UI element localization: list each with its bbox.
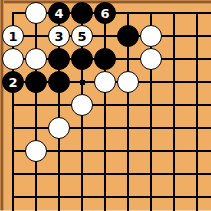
- board-point[interactable]: [140, 163, 163, 186]
- board-point[interactable]: [25, 2, 48, 25]
- board-point[interactable]: [163, 48, 186, 71]
- board-point[interactable]: [2, 94, 25, 117]
- board-point[interactable]: [94, 48, 117, 71]
- white-stone[interactable]: [71, 94, 93, 116]
- board-point[interactable]: [163, 25, 186, 48]
- board-point[interactable]: [140, 48, 163, 71]
- white-stone[interactable]: [25, 48, 47, 70]
- board-point[interactable]: [48, 186, 71, 209]
- board-point[interactable]: [186, 117, 209, 140]
- board-point[interactable]: [2, 2, 25, 25]
- board-point[interactable]: [71, 163, 94, 186]
- board-point[interactable]: [25, 117, 48, 140]
- board-point[interactable]: [94, 94, 117, 117]
- board-point[interactable]: [186, 48, 209, 71]
- board-point[interactable]: [186, 25, 209, 48]
- board-point[interactable]: [117, 48, 140, 71]
- white-stone[interactable]: [25, 140, 47, 162]
- board-point[interactable]: 6: [94, 2, 117, 25]
- board-point[interactable]: [140, 94, 163, 117]
- board-point[interactable]: 4: [48, 2, 71, 25]
- black-stone[interactable]: 4: [48, 2, 70, 24]
- board-point[interactable]: [163, 140, 186, 163]
- white-stone[interactable]: 1: [2, 25, 24, 47]
- board-point[interactable]: [25, 48, 48, 71]
- black-stone[interactable]: 2: [2, 71, 24, 93]
- white-stone[interactable]: [25, 2, 47, 24]
- board-point[interactable]: [140, 186, 163, 209]
- black-stone[interactable]: [117, 25, 139, 47]
- board-point[interactable]: [140, 25, 163, 48]
- board-point[interactable]: [140, 71, 163, 94]
- white-stone[interactable]: 5: [71, 25, 93, 47]
- board-point[interactable]: [25, 94, 48, 117]
- board-point[interactable]: [117, 71, 140, 94]
- white-stone[interactable]: [94, 71, 116, 93]
- move-number-label: 6: [100, 7, 109, 20]
- move-number-label: 1: [8, 30, 17, 43]
- board-point[interactable]: [140, 117, 163, 140]
- board-point[interactable]: [186, 186, 209, 209]
- black-stone[interactable]: 6: [94, 2, 116, 24]
- board-point[interactable]: [71, 117, 94, 140]
- board-point[interactable]: [163, 117, 186, 140]
- board-point[interactable]: [71, 71, 94, 94]
- board-point[interactable]: 5: [71, 25, 94, 48]
- board-point[interactable]: [94, 163, 117, 186]
- board-point[interactable]: [163, 94, 186, 117]
- board-point[interactable]: [25, 140, 48, 163]
- white-stone[interactable]: [140, 25, 162, 47]
- board-point[interactable]: [2, 140, 25, 163]
- go-board-grid: 461352: [2, 2, 209, 209]
- board-point[interactable]: [48, 163, 71, 186]
- board-point[interactable]: [186, 140, 209, 163]
- board-point[interactable]: [117, 25, 140, 48]
- board-point[interactable]: 2: [2, 71, 25, 94]
- go-diagram: 461352: [0, 0, 211, 211]
- board-point[interactable]: [25, 25, 48, 48]
- board-point[interactable]: [71, 2, 94, 25]
- board-point[interactable]: [94, 117, 117, 140]
- move-number-label: 5: [77, 30, 86, 43]
- black-stone[interactable]: [71, 48, 93, 70]
- white-stone[interactable]: [48, 117, 70, 139]
- board-point[interactable]: [71, 140, 94, 163]
- board-point[interactable]: [186, 94, 209, 117]
- board-point[interactable]: [186, 163, 209, 186]
- black-stone[interactable]: [48, 48, 70, 70]
- black-stone[interactable]: [25, 71, 47, 93]
- board-point[interactable]: [117, 117, 140, 140]
- board-point[interactable]: [163, 2, 186, 25]
- black-stone[interactable]: [48, 71, 70, 93]
- board-point[interactable]: [2, 186, 25, 209]
- board-point[interactable]: [163, 186, 186, 209]
- board-point[interactable]: [25, 186, 48, 209]
- board-point[interactable]: [117, 2, 140, 25]
- board-point[interactable]: [117, 94, 140, 117]
- board-point[interactable]: [48, 140, 71, 163]
- board-point[interactable]: [140, 140, 163, 163]
- board-point[interactable]: [186, 71, 209, 94]
- move-number-label: 2: [8, 76, 17, 89]
- board-point[interactable]: [117, 163, 140, 186]
- board-point[interactable]: [48, 117, 71, 140]
- board-point[interactable]: [71, 186, 94, 209]
- white-stone[interactable]: [140, 48, 162, 70]
- board-point[interactable]: [2, 163, 25, 186]
- board-point[interactable]: [48, 71, 71, 94]
- board-point[interactable]: [186, 2, 209, 25]
- board-point[interactable]: [71, 94, 94, 117]
- move-number-label: 4: [54, 7, 63, 20]
- black-stone[interactable]: [94, 48, 116, 70]
- board-point[interactable]: [48, 94, 71, 117]
- board-point[interactable]: [117, 186, 140, 209]
- board-point[interactable]: [48, 48, 71, 71]
- board-point[interactable]: [71, 48, 94, 71]
- black-stone[interactable]: [71, 2, 93, 24]
- board-point[interactable]: [2, 48, 25, 71]
- board-point[interactable]: [94, 25, 117, 48]
- move-number-label: 3: [54, 30, 63, 43]
- board-point[interactable]: [94, 140, 117, 163]
- board-point[interactable]: [140, 2, 163, 25]
- board-point[interactable]: 3: [48, 25, 71, 48]
- board-point[interactable]: [163, 163, 186, 186]
- board-point[interactable]: [25, 71, 48, 94]
- board-point[interactable]: 1: [2, 25, 25, 48]
- board-point[interactable]: [94, 186, 117, 209]
- white-stone[interactable]: 3: [48, 25, 70, 47]
- board-point[interactable]: [25, 163, 48, 186]
- board-point[interactable]: [117, 140, 140, 163]
- board-point[interactable]: [163, 71, 186, 94]
- white-stone[interactable]: [2, 48, 24, 70]
- board-point[interactable]: [2, 117, 25, 140]
- board-point[interactable]: [94, 71, 117, 94]
- white-stone[interactable]: [117, 71, 139, 93]
